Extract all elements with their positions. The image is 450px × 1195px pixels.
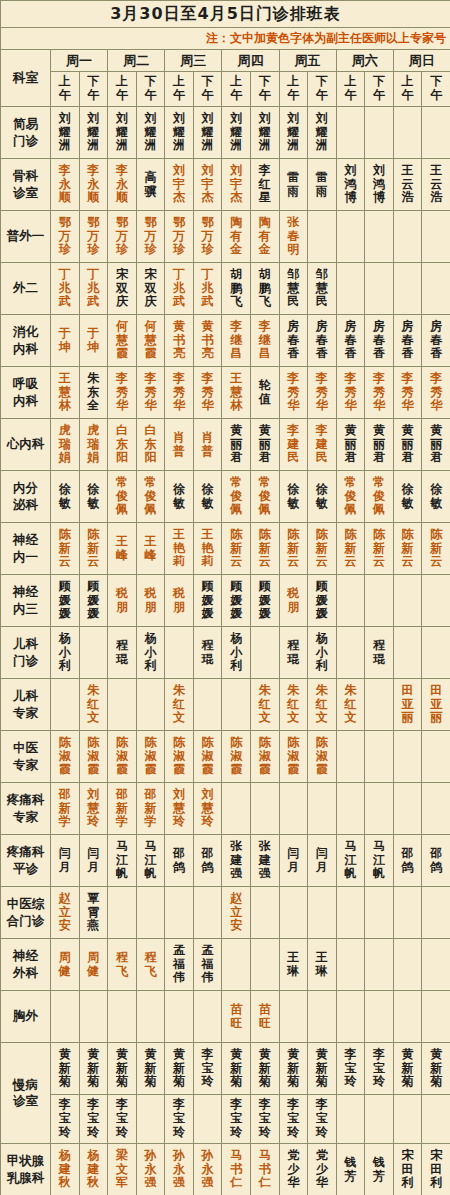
schedule-cell: 程飞 [108,939,137,991]
schedule-cell: 刘耀洲 [308,107,337,159]
schedule-cell: 邹慧民 [308,263,337,315]
schedule-cell [136,679,165,731]
doctor-name: 陈淑霞 [259,736,271,778]
schedule-cell [336,731,365,783]
schedule-cell: 鄂万珍 [108,211,137,263]
schedule-cell: 李秀华 [136,367,165,419]
schedule-cell [165,627,194,679]
ampm-label: 下午 [87,75,99,103]
schedule-cell: 黄新菊 [393,1043,422,1095]
doctor-name: 徐敏 [430,483,442,511]
dept-column-header: 科室 [1,50,51,107]
schedule-cell: 杨小利 [51,627,80,679]
doctor-name: 房春香 [344,320,356,362]
doctor-name: 周健 [87,951,99,979]
doctor-name: 刘宇杰 [230,164,242,206]
page-title: 3月30日至4月5日门诊排班表 [1,1,450,28]
schedule-cell: 鄂万珍 [51,211,80,263]
schedule-cell: 黄丽君 [222,419,251,471]
schedule-row: 疼痛科平诊闫月闫月马江帆马江帆邵鸽邵鸽张建强张建强闫月闫月马江帆马江帆邵鸽邵鸽 [1,835,450,887]
doctor-name: 程琨 [287,639,299,667]
doctor-name: 王慧林 [59,372,71,414]
doctor-name: 刘慧玲 [202,788,214,830]
schedule-cell: 李秀华 [393,367,422,419]
schedule-cell: 徐敏 [165,471,194,523]
schedule-cell: 鄂万珍 [165,211,194,263]
schedule-cell: 陈新云 [393,523,422,575]
schedule-row: 简易门诊刘耀洲刘耀洲刘耀洲刘耀洲刘耀洲刘耀洲刘耀洲刘耀洲刘耀洲刘耀洲 [1,107,450,159]
schedule-cell: 顾媛媛 [308,575,337,627]
schedule-cell: 黄丽君 [393,419,422,471]
doctor-name: 陈淑霞 [173,736,185,778]
schedule-cell: 李宝玲 [308,1095,337,1144]
doctor-name: 杨小利 [144,632,156,674]
schedule-cell [422,263,450,315]
schedule-cell: 党少华 [308,1144,337,1195]
doctor-name: 黄丽君 [344,424,356,466]
doctor-name: 陶有金 [230,216,242,258]
doctor-name: 李宝玲 [373,1048,385,1090]
schedule-cell: 陈淑霞 [193,731,222,783]
schedule-cell: 徐敏 [79,471,108,523]
schedule-cell [308,783,337,835]
am-header: 上午 [108,72,137,107]
doctor-name: 房春香 [373,320,385,362]
dept-label: 疼痛科专家 [1,783,51,835]
schedule-row: 李宝玲李宝玲李宝玲李宝玲李宝玲李宝玲李宝玲李宝玲 [1,1095,450,1144]
schedule-cell: 何慧霞 [136,315,165,367]
doctor-name: 白东阳 [116,424,128,466]
doctor-name: 刘鸿博 [344,164,356,206]
schedule-cell: 胡鹏飞 [250,263,279,315]
doctor-name: 覃霄燕 [87,892,99,934]
doctor-name: 杨建秋 [59,1149,71,1191]
schedule-cell: 孙永强 [165,1144,194,1195]
schedule-cell: 徐敏 [308,471,337,523]
schedule-cell: 于坤 [51,315,80,367]
schedule-cell [222,783,251,835]
schedule-cell: 孙永强 [193,1144,222,1195]
schedule-cell: 房春香 [365,315,394,367]
schedule-cell [422,1095,450,1144]
schedule-cell: 黄新菊 [108,1043,137,1095]
schedule-cell: 宋双庆 [136,263,165,315]
schedule-cell [422,887,450,939]
schedule-cell: 程琨 [193,627,222,679]
schedule-cell: 杨小利 [136,627,165,679]
doctor-name: 李宝玲 [259,1098,271,1140]
schedule-cell: 王慧林 [222,367,251,419]
doctor-name: 顾媛媛 [316,580,328,622]
dept-label: 消化内科 [1,315,51,367]
schedule-cell: 孟福伟 [165,939,194,991]
doctor-name: 李秀华 [116,372,128,414]
doctor-name: 李建民 [287,424,299,466]
day-header: 周五 [279,50,336,72]
doctor-name: 刘耀洲 [316,112,328,154]
schedule-cell [308,887,337,939]
doctor-name: 虎瑞娟 [59,424,71,466]
doctor-name: 钱芳 [344,1156,356,1184]
schedule-row: 呼吸内科王慧林朱东全李秀华李秀华李秀华李秀华王慧林轮值李秀华李秀华李秀华李秀华李… [1,367,450,419]
ampm-label: 下午 [259,75,271,103]
doctor-name: 顾媛媛 [230,580,242,622]
doctor-name: 徐敏 [87,483,99,511]
schedule-cell [365,991,394,1043]
dept-label: 内分泌科 [1,471,51,523]
schedule-cell [365,1095,394,1144]
doctor-name: 税朋 [116,587,128,615]
doctor-name: 常俊佩 [373,476,385,518]
doctor-name: 刘耀洲 [59,112,71,154]
schedule-cell [336,887,365,939]
schedule-cell [279,783,308,835]
schedule-cell [365,939,394,991]
schedule-cell: 闫月 [279,835,308,887]
schedule-row: 中医综合门诊赵立安覃霄燕赵立安 [1,887,450,939]
doctor-name: 闫月 [87,847,99,875]
schedule-cell: 宋田利 [422,1144,450,1195]
schedule-cell [365,211,394,263]
doctor-name: 孙永强 [173,1149,185,1191]
doctor-name: 李宝玲 [230,1098,242,1140]
doctor-name: 程飞 [144,951,156,979]
dept-label: 呼吸内科 [1,367,51,419]
doctor-name: 刘耀洲 [87,112,99,154]
ampm-label: 上午 [402,75,414,103]
schedule-cell [393,263,422,315]
doctor-name: 陈新云 [373,528,385,570]
schedule-cell: 程琨 [279,627,308,679]
doctor-name: 陈淑霞 [144,736,156,778]
doctor-name: 鄂万珍 [59,216,71,258]
schedule-cell: 常俊佩 [250,471,279,523]
doctor-name: 顾媛媛 [202,580,214,622]
schedule-cell: 白东阳 [136,419,165,471]
doctor-name: 孟福伟 [202,944,214,986]
doctor-name: 马书仁 [259,1149,271,1191]
schedule-cell: 陈淑霞 [279,731,308,783]
doctor-name: 虎瑞娟 [87,424,99,466]
schedule-cell [393,627,422,679]
schedule-cell: 黄丽君 [365,419,394,471]
doctor-name: 常俊佩 [344,476,356,518]
doctor-name: 雷雨 [287,171,299,199]
doctor-name: 王琳 [287,951,299,979]
doctor-name: 刘宇杰 [202,164,214,206]
schedule-cell: 李宝玲 [279,1095,308,1144]
schedule-cell: 徐敏 [393,471,422,523]
schedule-cell: 虎瑞娟 [51,419,80,471]
doctor-name: 李宝玲 [287,1098,299,1140]
schedule-cell: 朱红文 [279,679,308,731]
schedule-cell: 王艳莉 [165,523,194,575]
schedule-cell: 陈新云 [279,523,308,575]
schedule-cell [393,731,422,783]
schedule-cell: 陈淑霞 [165,731,194,783]
schedule-cell [422,991,450,1043]
schedule-cell: 陈新云 [365,523,394,575]
schedule-cell: 李宝玲 [193,1043,222,1095]
schedule-cell: 刘耀洲 [108,107,137,159]
schedule-cell: 王云浩 [422,159,450,211]
ampm-label: 上午 [59,75,71,103]
schedule-cell: 李继昌 [222,315,251,367]
doctor-name: 邵鸽 [202,847,214,875]
doctor-name: 陈新云 [59,528,71,570]
doctor-name: 邹慧民 [316,268,328,310]
schedule-cell: 陈新云 [79,523,108,575]
schedule-cell: 刘耀洲 [51,107,80,159]
schedule-cell: 丁兆武 [165,263,194,315]
schedule-cell: 黄新菊 [79,1043,108,1095]
doctor-name: 马江帆 [116,840,128,882]
schedule-cell: 邹慧民 [279,263,308,315]
schedule-cell: 李永顺 [51,159,80,211]
am-header: 上午 [279,72,308,107]
doctor-name: 李继昌 [259,320,271,362]
doctor-name: 刘耀洲 [202,112,214,154]
schedule-cell: 朱东全 [79,367,108,419]
am-header: 上午 [393,72,422,107]
schedule-cell: 陈新云 [250,523,279,575]
schedule-cell: 鄂万珍 [193,211,222,263]
schedule-cell [365,783,394,835]
doctor-name: 刘耀洲 [173,112,185,154]
doctor-name: 陈新云 [287,528,299,570]
schedule-cell: 李秀华 [165,367,194,419]
schedule-cell: 雷雨 [279,159,308,211]
doctor-name: 丁兆武 [173,268,185,310]
doctor-name: 孙永强 [202,1149,214,1191]
doctor-name: 李秀华 [373,372,385,414]
schedule-cell: 马书仁 [250,1144,279,1195]
doctor-name: 刘耀洲 [287,112,299,154]
doctor-name: 黄新菊 [259,1048,271,1090]
doctor-name: 陈新云 [230,528,242,570]
doctor-name: 陈新云 [344,528,356,570]
doctor-name: 陈淑霞 [202,736,214,778]
schedule-cell: 税朋 [165,575,194,627]
doctor-name: 房春香 [402,320,414,362]
schedule-cell [165,887,194,939]
schedule-cell: 刘耀洲 [193,107,222,159]
schedule-cell [393,991,422,1043]
dept-label: 普外一 [1,211,51,263]
doctor-name: 胡鹏飞 [259,268,271,310]
doctor-name: 陈新云 [316,528,328,570]
schedule-cell: 陈淑霞 [250,731,279,783]
doctor-name: 李红星 [259,164,271,206]
schedule-cell: 陈新云 [422,523,450,575]
schedule-cell: 杨小利 [308,627,337,679]
doctor-name: 宋田利 [402,1149,414,1191]
schedule-cell [422,575,450,627]
schedule-cell [365,679,394,731]
pm-header: 下午 [365,72,394,107]
schedule-cell [136,991,165,1043]
schedule-cell: 孟福伟 [193,939,222,991]
ampm-label: 上午 [287,75,299,103]
schedule-cell: 田亚丽 [393,679,422,731]
doctor-name: 高骥 [144,171,156,199]
doctor-name: 肖普 [202,431,214,459]
schedule-row: 儿科专家朱红文朱红文朱红文朱红文朱红文朱红文田亚丽田亚丽 [1,679,450,731]
doctor-name: 陈新云 [402,528,414,570]
schedule-cell: 雷雨 [308,159,337,211]
schedule-cell: 孙永强 [136,1144,165,1195]
schedule-cell: 黄新菊 [222,1043,251,1095]
doctor-name: 轮值 [259,379,271,407]
doctor-name: 陈淑霞 [287,736,299,778]
schedule-row: 神经内三顾媛媛顾媛媛税朋税朋税朋顾媛媛顾媛媛顾媛媛税朋顾媛媛 [1,575,450,627]
doctor-name: 孙永强 [144,1149,156,1191]
schedule-cell: 李红星 [250,159,279,211]
doctor-name: 黄新菊 [116,1048,128,1090]
schedule-row: 中医专家陈淑霞陈淑霞陈淑霞陈淑霞陈淑霞陈淑霞陈淑霞陈淑霞陈淑霞陈淑霞 [1,731,450,783]
schedule-cell: 覃霄燕 [79,887,108,939]
doctor-name: 刘耀洲 [259,112,271,154]
day-header: 周一 [51,50,108,72]
doctor-name: 马江帆 [373,840,385,882]
schedule-cell: 梁文军 [108,1144,137,1195]
schedule-cell [365,263,394,315]
schedule-cell: 党少华 [279,1144,308,1195]
schedule-cell [336,991,365,1043]
schedule-cell: 杨建秋 [79,1144,108,1195]
schedule-cell [250,627,279,679]
dept-label: 儿科专家 [1,679,51,731]
doctor-name: 赵立安 [59,892,71,934]
schedule-cell: 黄书亮 [165,315,194,367]
schedule-cell: 徐敏 [193,471,222,523]
doctor-name: 李建民 [316,424,328,466]
schedule-cell [108,991,137,1043]
am-header: 上午 [51,72,80,107]
schedule-cell: 马江帆 [336,835,365,887]
schedule-cell: 房春香 [279,315,308,367]
doctor-name: 刘耀洲 [116,112,128,154]
schedule-row: 慢病诊室黄新菊黄新菊黄新菊黄新菊黄新菊李宝玲黄新菊黄新菊黄新菊黄新菊李宝玲李宝玲… [1,1043,450,1095]
doctor-name: 黄新菊 [59,1048,71,1090]
day-header: 周六 [336,50,393,72]
day-header: 周三 [165,50,222,72]
schedule-cell: 赵立安 [222,887,251,939]
doctor-name: 鄂万珍 [144,216,156,258]
schedule-row: 神经内一陈新云陈新云王峰王峰王艳莉王艳莉陈新云陈新云陈新云陈新云陈新云陈新云陈新… [1,523,450,575]
schedule-cell: 陈淑霞 [79,731,108,783]
doctor-name: 陈新云 [259,528,271,570]
schedule-cell: 邵鸽 [193,835,222,887]
schedule-cell: 李秀华 [365,367,394,419]
schedule-cell: 丁兆武 [51,263,80,315]
schedule-cell: 王琳 [279,939,308,991]
schedule-cell: 顾媛媛 [193,575,222,627]
dept-label: 中医专家 [1,731,51,783]
schedule-cell: 李宝玲 [165,1095,194,1144]
schedule-cell: 轮值 [250,367,279,419]
schedule-cell: 张春明 [279,211,308,263]
doctor-name: 刘慧玲 [173,788,185,830]
doctor-name: 常俊佩 [144,476,156,518]
doctor-name: 刘慧玲 [87,788,99,830]
doctor-name: 孟福伟 [173,944,185,986]
schedule-cell [222,679,251,731]
doctor-name: 黄新菊 [402,1048,414,1090]
doctor-name: 钱芳 [373,1156,385,1184]
doctor-name: 李宝玲 [344,1048,356,1090]
schedule-cell [393,107,422,159]
doctor-name: 刘耀洲 [144,112,156,154]
schedule-cell: 陈新云 [336,523,365,575]
schedule-cell: 李继昌 [250,315,279,367]
schedule-cell [193,887,222,939]
doctor-name: 宋双庆 [144,268,156,310]
doctor-name: 白东阳 [144,424,156,466]
schedule-cell: 邵鸽 [393,835,422,887]
doctor-name: 李秀华 [144,372,156,414]
schedule-row: 儿科门诊杨小利程琨杨小利程琨杨小利程琨杨小利程琨 [1,627,450,679]
schedule-cell: 陈淑霞 [108,731,137,783]
doctor-name: 陈淑霞 [116,736,128,778]
schedule-cell [336,1095,365,1144]
schedule-cell [108,679,137,731]
doctor-name: 王艳莉 [173,528,185,570]
schedule-cell: 李秀华 [279,367,308,419]
schedule-cell: 常俊佩 [222,471,251,523]
schedule-cell: 李宝玲 [108,1095,137,1144]
schedule-cell [250,939,279,991]
doctor-name: 朱东全 [87,372,99,414]
doctor-name: 顾媛媛 [59,580,71,622]
dept-label: 神经外科 [1,939,51,991]
pm-header: 下午 [79,72,108,107]
doctor-name: 房春香 [430,320,442,362]
schedule-cell [393,211,422,263]
schedule-cell [336,783,365,835]
schedule-cell [336,211,365,263]
doctor-name: 于坤 [59,327,71,355]
schedule-cell: 李宝玲 [336,1043,365,1095]
schedule-cell [250,887,279,939]
doctor-name: 朱红文 [259,684,271,726]
schedule-cell: 杨小利 [222,627,251,679]
schedule-cell [79,627,108,679]
schedule-cell: 黄丽君 [250,419,279,471]
doctor-name: 常俊佩 [116,476,128,518]
doctor-name: 黄新菊 [87,1048,99,1090]
doctor-name: 张建强 [230,840,242,882]
schedule-cell: 李秀华 [422,367,450,419]
schedule-cell: 常俊佩 [336,471,365,523]
schedule-cell [51,991,80,1043]
doctor-name: 刘耀洲 [230,112,242,154]
dept-label: 中医综合门诊 [1,887,51,939]
doctor-name: 李继昌 [230,320,242,362]
schedule-cell: 钱芳 [365,1144,394,1195]
doctor-name: 鄂万珍 [202,216,214,258]
schedule-cell: 刘耀洲 [79,107,108,159]
dept-label: 疼痛科平诊 [1,835,51,887]
schedule-cell: 高骥 [136,159,165,211]
doctor-name: 李秀华 [287,372,299,414]
schedule-cell [336,575,365,627]
doctor-name: 李秀华 [402,372,414,414]
doctor-name: 徐敏 [59,483,71,511]
am-header: 上午 [165,72,194,107]
doctor-name: 宋田利 [430,1149,442,1191]
schedule-cell: 肖普 [165,419,194,471]
